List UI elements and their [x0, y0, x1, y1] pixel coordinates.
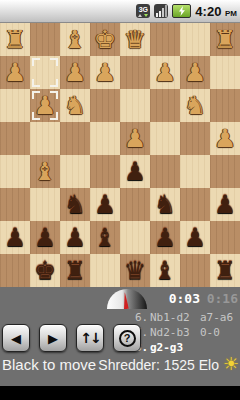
- square-h3[interactable]: [0, 89, 30, 122]
- square-g7[interactable]: ♟: [30, 221, 60, 254]
- android-status-bar: 3G 4:20 PM: [0, 0, 240, 23]
- black-bishop: ♝: [94, 221, 116, 254]
- square-g3[interactable]: ♟: [30, 89, 60, 122]
- square-f2[interactable]: ♟: [60, 56, 90, 89]
- black-pawn: ♟: [64, 221, 86, 254]
- white-move: g2-g3: [150, 340, 200, 355]
- square-d2[interactable]: [120, 56, 150, 89]
- question-mark-icon: ?: [119, 330, 136, 347]
- square-g4[interactable]: [30, 122, 60, 155]
- square-h8[interactable]: [0, 254, 30, 287]
- square-g6[interactable]: [30, 188, 60, 221]
- square-h1[interactable]: ♜: [0, 23, 30, 56]
- square-c3[interactable]: [150, 89, 180, 122]
- square-c2[interactable]: ♟: [150, 56, 180, 89]
- forward-arrow-icon: ▶: [48, 331, 58, 346]
- square-b5[interactable]: [180, 155, 210, 188]
- turn-status-text: Black to move: [2, 356, 96, 373]
- move-number: 6.: [135, 310, 150, 325]
- square-f3[interactable]: ♞: [60, 89, 90, 122]
- battery-charging-icon: [172, 4, 191, 18]
- square-b1[interactable]: [180, 23, 210, 56]
- 3g-label: 3G: [139, 6, 148, 13]
- square-d1[interactable]: ♛: [120, 23, 150, 56]
- white-pawn: ♟: [124, 122, 146, 155]
- square-d4[interactable]: ♟: [120, 122, 150, 155]
- 3g-network-icon: 3G: [136, 4, 150, 18]
- square-g1[interactable]: [30, 23, 60, 56]
- time-meridiem: PM: [225, 9, 237, 18]
- square-a4[interactable]: ♟: [210, 122, 240, 155]
- square-a2[interactable]: [210, 56, 240, 89]
- bottom-black-strip: [0, 386, 240, 400]
- hint-button[interactable]: ?: [113, 324, 141, 352]
- time-value: 4:20: [195, 4, 221, 19]
- black-move: 0-0: [200, 325, 237, 340]
- square-a1[interactable]: ♜: [210, 23, 240, 56]
- square-c5[interactable]: [150, 155, 180, 188]
- square-e5[interactable]: [90, 155, 120, 188]
- square-f4[interactable]: [60, 122, 90, 155]
- square-e7[interactable]: ♝: [90, 221, 120, 254]
- square-d5[interactable]: ♟: [120, 155, 150, 188]
- square-b4[interactable]: [180, 122, 210, 155]
- back-arrow-icon: ◀: [11, 331, 21, 346]
- square-h6[interactable]: [0, 188, 30, 221]
- clock-active: 0:03: [156, 291, 200, 306]
- white-bishop: ♝: [64, 23, 86, 56]
- flip-sides-button[interactable]: ↑↓: [76, 324, 104, 352]
- square-a3[interactable]: [210, 89, 240, 122]
- clock-other: 0:16: [204, 291, 238, 306]
- chess-board[interactable]: ♜♝♚♛♜♟♟♟♟♟♟♞♞♟♟♝♟♞♟♞♟♟♟♟♝♟♟♚♜♛♝♜: [0, 23, 240, 287]
- square-d6[interactable]: [120, 188, 150, 221]
- white-rook: ♜: [214, 23, 236, 56]
- black-knight: ♞: [154, 188, 176, 221]
- black-move: a7-a6: [200, 310, 237, 325]
- square-h5[interactable]: [0, 155, 30, 188]
- white-knight: ♞: [184, 89, 206, 122]
- square-e3[interactable]: [90, 89, 120, 122]
- square-g2[interactable]: [30, 56, 60, 89]
- white-king: ♚: [94, 23, 116, 56]
- status-bar-time: 4:20 PM: [195, 4, 237, 19]
- square-f8[interactable]: ♜: [60, 254, 90, 287]
- square-b6[interactable]: [180, 188, 210, 221]
- square-h4[interactable]: [0, 122, 30, 155]
- white-pawn: ♟: [214, 122, 236, 155]
- square-e6[interactable]: ♟: [90, 188, 120, 221]
- square-d7[interactable]: [120, 221, 150, 254]
- signal-strength-icon: [154, 4, 168, 18]
- square-b8[interactable]: [180, 254, 210, 287]
- black-king: ♚: [34, 254, 56, 287]
- square-c6[interactable]: ♞: [150, 188, 180, 221]
- square-e2[interactable]: ♟: [90, 56, 120, 89]
- square-b7[interactable]: ♟: [180, 221, 210, 254]
- black-pawn: ♟: [4, 221, 26, 254]
- engine-strength-text: Shredder: 1525 Elo: [98, 357, 219, 373]
- square-e4[interactable]: [90, 122, 120, 155]
- black-rook: ♜: [214, 254, 236, 287]
- white-pawn: ♟: [64, 56, 86, 89]
- square-d8[interactable]: ♛: [120, 254, 150, 287]
- square-d3[interactable]: [120, 89, 150, 122]
- up-down-arrows-icon: ↑↓: [80, 330, 99, 346]
- white-pawn: ♟: [4, 56, 26, 89]
- white-rook: ♜: [4, 23, 26, 56]
- gauge-needle-icon: [122, 292, 129, 309]
- square-a6[interactable]: ♟: [210, 188, 240, 221]
- back-button[interactable]: ◀: [2, 324, 30, 352]
- square-e1[interactable]: ♚: [90, 23, 120, 56]
- move-row: 7.Nd2-b30-0: [135, 325, 237, 340]
- black-pawn: ♟: [154, 221, 176, 254]
- square-b3[interactable]: ♞: [180, 89, 210, 122]
- shredder-chess-app: 3G 4:20 PM ♜♝♚♛♜♟♟♟♟♟♟♞♞♟♟♝♟♞♟♞♟♟♟♟♝♟♟♚♜…: [0, 0, 240, 400]
- square-a7[interactable]: [210, 221, 240, 254]
- white-queen: ♛: [124, 23, 146, 56]
- black-pawn: ♟: [124, 155, 146, 188]
- white-knight: ♞: [64, 89, 86, 122]
- forward-button[interactable]: ▶: [39, 324, 67, 352]
- white-bishop: ♝: [34, 155, 56, 188]
- square-f7[interactable]: ♟: [60, 221, 90, 254]
- black-knight: ♞: [64, 188, 86, 221]
- square-f5[interactable]: [60, 155, 90, 188]
- white-pawn: ♟: [94, 56, 116, 89]
- white-move: Nb1-d2: [150, 310, 200, 325]
- black-pawn: ♟: [214, 188, 236, 221]
- move-list: 6.Nb1-d2a7-a67.Nd2-b30-08.g2-g3: [135, 310, 237, 355]
- square-g8[interactable]: ♚: [30, 254, 60, 287]
- black-pawn: ♟: [94, 188, 116, 221]
- square-a8[interactable]: ♜: [210, 254, 240, 287]
- black-pawn: ♟: [34, 221, 56, 254]
- white-pawn: ♟: [154, 56, 176, 89]
- square-c8[interactable]: ♝: [150, 254, 180, 287]
- sun-strength-icon: ☀: [223, 353, 239, 374]
- square-g5[interactable]: ♝: [30, 155, 60, 188]
- move-row: 8.g2-g3: [135, 340, 237, 355]
- black-pawn: ♟: [184, 221, 206, 254]
- square-f6[interactable]: ♞: [60, 188, 90, 221]
- square-a5[interactable]: [210, 155, 240, 188]
- square-f1[interactable]: ♝: [60, 23, 90, 56]
- control-panel: 0:03 0:16 6.Nb1-d2a7-a67.Nd2-b30-08.g2-g…: [0, 287, 240, 386]
- square-c1[interactable]: [150, 23, 180, 56]
- white-move: Nd2-b3: [150, 325, 200, 340]
- square-c7[interactable]: ♟: [150, 221, 180, 254]
- square-c4[interactable]: [150, 122, 180, 155]
- black-bishop: ♝: [154, 254, 176, 287]
- black-rook: ♜: [64, 254, 86, 287]
- evaluation-gauge: [107, 289, 147, 309]
- square-h7[interactable]: ♟: [0, 221, 30, 254]
- 3g-traffic-arrows: [138, 14, 148, 17]
- white-pawn: ♟: [184, 56, 206, 89]
- square-e8[interactable]: [90, 254, 120, 287]
- square-b2[interactable]: ♟: [180, 56, 210, 89]
- square-h2[interactable]: ♟: [0, 56, 30, 89]
- black-queen: ♛: [124, 254, 146, 287]
- move-row: 6.Nb1-d2a7-a6: [135, 310, 237, 325]
